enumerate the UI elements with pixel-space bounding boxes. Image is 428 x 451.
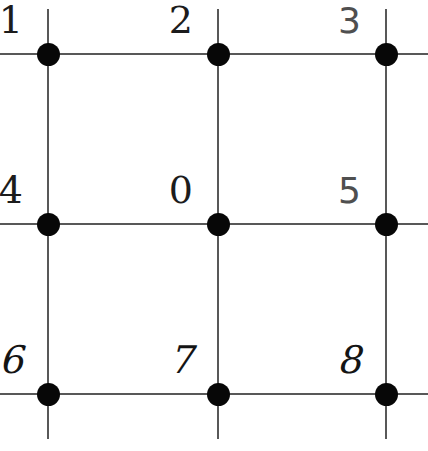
vertex-dot-icon <box>37 213 60 236</box>
vertex-dot-icon <box>207 213 230 236</box>
vertex-label-8: 8 <box>337 341 361 379</box>
vertex-label-0: 0 <box>169 171 193 209</box>
vertex-label-4: 4 <box>0 171 23 209</box>
vertex-dot-icon <box>375 213 398 236</box>
vertex-dot-icon <box>37 43 60 66</box>
vertex-label-7: 7 <box>169 341 193 379</box>
vertex-dot-icon <box>207 383 230 406</box>
vertex-label-3: 3 <box>338 3 361 39</box>
vertex-label-1: 1 <box>0 1 23 39</box>
vertex-dot-icon <box>375 43 398 66</box>
vertex-label-2: 2 <box>169 1 193 39</box>
vertex-dot-icon <box>375 383 398 406</box>
vertex-label-5: 5 <box>338 173 361 209</box>
grid-graph-board: 1 2 3 4 0 5 6 7 8 <box>0 0 428 451</box>
vertex-dot-icon <box>37 383 60 406</box>
vertex-label-6: 6 <box>0 341 23 379</box>
vertex-dot-icon <box>207 43 230 66</box>
